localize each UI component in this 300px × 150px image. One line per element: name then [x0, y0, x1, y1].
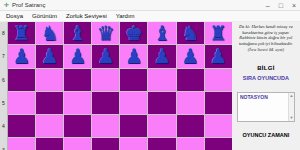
- square-h8[interactable]: ♜: [205, 22, 232, 44]
- square-b3[interactable]: [36, 138, 63, 150]
- square-a4[interactable]: [8, 115, 35, 137]
- square-d7[interactable]: ♟: [92, 45, 119, 67]
- piece-black-rook-h8[interactable]: ♜: [209, 23, 227, 43]
- square-h6[interactable]: [205, 69, 232, 91]
- quote-line: tuttuğunu çok iyi bilmektedir.: [239, 41, 293, 47]
- piece-black-pawn-d7[interactable]: ♟: [97, 46, 115, 66]
- piece-black-pawn-c7[interactable]: ♟: [69, 46, 87, 66]
- piece-black-pawn-e7[interactable]: ♟: [125, 46, 143, 66]
- menu-item-yardim[interactable]: Yardım: [116, 13, 135, 19]
- minimize-button[interactable]: –: [266, 2, 270, 9]
- turn-status: SIRA OYUNCUDA: [243, 75, 289, 81]
- square-f7[interactable]: ♟: [148, 45, 175, 67]
- square-c6[interactable]: [64, 69, 91, 91]
- piece-black-pawn-f7[interactable]: ♟: [153, 46, 171, 66]
- square-a5[interactable]: [8, 92, 35, 114]
- square-e6[interactable]: [120, 69, 147, 91]
- rank-label-7: 7: [0, 45, 7, 67]
- rank-label-6: 6: [0, 69, 7, 91]
- square-h5[interactable]: [205, 92, 232, 114]
- menu-item-zorluk-seviyesi[interactable]: Zorluk Seviyesi: [66, 13, 107, 19]
- square-c7[interactable]: ♟: [64, 45, 91, 67]
- side-panel: De ki: Herkes kendi mizaç ve karakterine…: [232, 22, 300, 150]
- square-d4[interactable]: [92, 115, 119, 137]
- chess-board[interactable]: ♜♞♝♛♚♝♞♜♟♟♟♟♟♟♟♟: [8, 22, 232, 150]
- square-g4[interactable]: [177, 115, 204, 137]
- quote-text: De ki: Herkes kendi mizaç ve karakterine…: [239, 24, 293, 52]
- piece-black-knight-g8[interactable]: ♞: [181, 23, 199, 43]
- notation-listbox[interactable]: NOTASYON ▲ ▼: [237, 92, 295, 122]
- notation-label: NOTASYON: [240, 94, 268, 100]
- square-a7[interactable]: ♟: [8, 45, 35, 67]
- rank-label-3: 3: [0, 138, 7, 150]
- quote-attribution: (İsra Suresi 84. ayet): [239, 47, 293, 52]
- piece-black-pawn-a7[interactable]: ♟: [13, 46, 31, 66]
- rank-label-5: 5: [0, 92, 7, 114]
- square-f8[interactable]: ♝: [148, 22, 175, 44]
- square-h7[interactable]: ♟: [205, 45, 232, 67]
- square-c3[interactable]: [64, 138, 91, 150]
- square-e7[interactable]: ♟: [120, 45, 147, 67]
- piece-black-pawn-h7[interactable]: ♟: [209, 46, 227, 66]
- square-b8[interactable]: ♞: [36, 22, 63, 44]
- piece-black-king-e8[interactable]: ♚: [125, 23, 143, 43]
- square-e8[interactable]: ♚: [120, 22, 147, 44]
- square-b5[interactable]: [36, 92, 63, 114]
- square-f3[interactable]: [148, 138, 175, 150]
- square-a3[interactable]: [8, 138, 35, 150]
- rank-labels: 876543: [0, 22, 8, 150]
- square-c8[interactable]: ♝: [64, 22, 91, 44]
- square-g6[interactable]: [177, 69, 204, 91]
- square-g7[interactable]: ♟: [177, 45, 204, 67]
- close-button[interactable]: ×: [292, 2, 296, 9]
- title-bar: ✛ Prof Satranç – □ ×: [0, 0, 300, 11]
- square-b6[interactable]: [36, 69, 63, 91]
- notation-scrollbar[interactable]: ▲ ▼: [288, 93, 294, 121]
- square-c5[interactable]: [64, 92, 91, 114]
- square-g5[interactable]: [177, 92, 204, 114]
- rank-label-4: 4: [0, 115, 7, 137]
- menu-item-dosya[interactable]: Dosya: [6, 13, 23, 19]
- square-f4[interactable]: [148, 115, 175, 137]
- square-h3[interactable]: [205, 138, 232, 150]
- square-d3[interactable]: [92, 138, 119, 150]
- menu-item-gorunum[interactable]: Görünüm: [32, 13, 57, 19]
- piece-black-knight-b8[interactable]: ♞: [41, 23, 59, 43]
- main-area: 876543 ♜♞♝♛♚♝♞♜♟♟♟♟♟♟♟♟ De ki: Herkes ke…: [0, 22, 300, 150]
- square-e4[interactable]: [120, 115, 147, 137]
- square-d8[interactable]: ♛: [92, 22, 119, 44]
- app-icon: ✛: [4, 2, 9, 8]
- scroll-up-icon[interactable]: ▲: [289, 94, 293, 98]
- square-c4[interactable]: [64, 115, 91, 137]
- piece-black-rook-a8[interactable]: ♜: [13, 23, 31, 43]
- menu-bar: Dosya Görünüm Zorluk Seviyesi Yardım: [0, 11, 300, 22]
- square-e5[interactable]: [120, 92, 147, 114]
- square-e3[interactable]: [120, 138, 147, 150]
- square-a6[interactable]: [8, 69, 35, 91]
- square-b7[interactable]: ♟: [36, 45, 63, 67]
- piece-black-pawn-b7[interactable]: ♟: [41, 46, 59, 66]
- square-d5[interactable]: [92, 92, 119, 114]
- square-g8[interactable]: ♞: [177, 22, 204, 44]
- piece-black-pawn-g7[interactable]: ♟: [181, 46, 199, 66]
- piece-black-bishop-f8[interactable]: ♝: [153, 23, 171, 43]
- square-h4[interactable]: [205, 115, 232, 137]
- info-heading: BİLGİ: [257, 65, 275, 71]
- piece-black-bishop-c8[interactable]: ♝: [69, 23, 87, 43]
- square-a8[interactable]: ♜: [8, 22, 35, 44]
- piece-black-queen-d8[interactable]: ♛: [97, 23, 115, 43]
- window-title: Prof Satranç: [12, 2, 257, 8]
- quote-line: De ki: Herkes kendi mizaç ve: [239, 24, 293, 30]
- square-f6[interactable]: [148, 69, 175, 91]
- square-d6[interactable]: [92, 69, 119, 91]
- rank-label-8: 8: [0, 22, 7, 44]
- maximize-button[interactable]: □: [279, 2, 283, 9]
- square-g3[interactable]: [177, 138, 204, 150]
- square-f5[interactable]: [148, 92, 175, 114]
- quote-line: Rabbiniz kimin doğru bir yol: [239, 35, 293, 41]
- square-b4[interactable]: [36, 115, 63, 137]
- player-time-label: OYUNCU ZAMANI: [243, 132, 290, 138]
- scroll-down-icon[interactable]: ▼: [289, 116, 293, 120]
- app-window: ✛ Prof Satranç – □ × Dosya Görünüm Zorlu…: [0, 0, 300, 150]
